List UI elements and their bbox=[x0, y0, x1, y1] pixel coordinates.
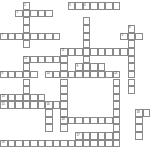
grid-cell[interactable] bbox=[105, 117, 113, 125]
grid-cell[interactable]: 15 bbox=[0, 101, 8, 109]
grid-cell[interactable]: 10 bbox=[45, 71, 53, 79]
grid-cell[interactable] bbox=[83, 117, 91, 125]
grid-cell[interactable] bbox=[98, 71, 106, 79]
grid-cell[interactable] bbox=[143, 109, 151, 117]
grid-cell[interactable] bbox=[83, 48, 91, 56]
grid-cell[interactable] bbox=[45, 33, 53, 41]
grid-cell[interactable] bbox=[23, 86, 31, 94]
grid-cell[interactable] bbox=[135, 33, 143, 41]
grid-cell[interactable] bbox=[30, 71, 38, 79]
grid-cell[interactable] bbox=[23, 71, 31, 79]
grid-cell[interactable] bbox=[83, 33, 91, 41]
grid-cell[interactable] bbox=[60, 140, 68, 148]
grid-cell[interactable] bbox=[15, 33, 23, 41]
grid-cell[interactable] bbox=[15, 140, 23, 148]
grid-cell[interactable] bbox=[38, 101, 46, 109]
grid-cell[interactable]: 5 bbox=[120, 33, 128, 41]
grid-cell[interactable] bbox=[45, 117, 53, 125]
grid-cell[interactable]: 9 bbox=[75, 63, 83, 71]
grid-cell[interactable] bbox=[98, 140, 106, 148]
grid-cell[interactable] bbox=[113, 48, 121, 56]
grid-cell[interactable]: 6 bbox=[128, 25, 136, 33]
grid-cell[interactable] bbox=[128, 48, 136, 56]
grid-cell[interactable] bbox=[128, 63, 136, 71]
grid-cell[interactable] bbox=[128, 86, 136, 94]
grid-cell[interactable] bbox=[113, 132, 121, 140]
grid-cell[interactable] bbox=[113, 117, 121, 125]
grid-cell[interactable] bbox=[75, 48, 83, 56]
grid-cell[interactable] bbox=[120, 48, 128, 56]
grid-cell[interactable] bbox=[83, 140, 91, 148]
grid-cell[interactable] bbox=[83, 40, 91, 48]
grid-cell[interactable]: 4 bbox=[83, 2, 91, 10]
grid-cell[interactable] bbox=[128, 71, 136, 79]
grid-cell[interactable] bbox=[68, 117, 76, 125]
grid-cell[interactable] bbox=[53, 56, 61, 64]
grid-cell[interactable] bbox=[60, 86, 68, 94]
clue-number: 17 bbox=[77, 134, 80, 137]
clue-number: 3 bbox=[69, 4, 70, 7]
grid-cell[interactable] bbox=[90, 2, 98, 10]
grid-cell[interactable] bbox=[83, 25, 91, 33]
clue-number: 18 bbox=[137, 111, 140, 114]
grid-cell[interactable] bbox=[90, 117, 98, 125]
grid-cell[interactable] bbox=[128, 40, 136, 48]
grid-cell[interactable] bbox=[105, 140, 113, 148]
grid-cell[interactable] bbox=[8, 140, 16, 148]
clue-number: 9 bbox=[77, 65, 78, 68]
grid-cell[interactable] bbox=[53, 140, 61, 148]
grid-cell[interactable] bbox=[23, 94, 31, 102]
clue-number: 20 bbox=[62, 118, 65, 121]
grid-cell[interactable] bbox=[30, 33, 38, 41]
grid-cell[interactable] bbox=[113, 101, 121, 109]
grid-cell[interactable]: 17 bbox=[75, 132, 83, 140]
crossword-puzzle-page: 2341675111298101413151618201719 bbox=[0, 0, 150, 150]
grid-cell[interactable] bbox=[83, 71, 91, 79]
grid-cell[interactable] bbox=[53, 71, 61, 79]
grid-cell[interactable] bbox=[98, 132, 106, 140]
grid-cell[interactable] bbox=[90, 63, 98, 71]
grid-cell[interactable] bbox=[128, 33, 136, 41]
grid-cell[interactable] bbox=[23, 101, 31, 109]
grid-cell[interactable]: 3 bbox=[68, 2, 76, 10]
grid-cell[interactable] bbox=[113, 94, 121, 102]
grid-cell[interactable] bbox=[8, 101, 16, 109]
grid-cell[interactable] bbox=[68, 48, 76, 56]
grid-cell[interactable]: 2 bbox=[23, 2, 31, 10]
grid-cell[interactable] bbox=[8, 33, 16, 41]
grid-cell[interactable]: 20 bbox=[60, 117, 68, 125]
grid-cell[interactable] bbox=[75, 140, 83, 148]
grid-cell[interactable] bbox=[90, 48, 98, 56]
grid-cell[interactable] bbox=[135, 124, 143, 132]
grid-cell[interactable] bbox=[135, 117, 143, 125]
clue-number: 10 bbox=[47, 72, 50, 75]
grid-cell[interactable] bbox=[128, 56, 136, 64]
grid-cell[interactable] bbox=[60, 109, 68, 117]
clue-number: 16 bbox=[47, 103, 50, 106]
grid-cell[interactable] bbox=[83, 17, 91, 25]
clue-number: 2 bbox=[24, 4, 25, 7]
clue-number: 11 bbox=[62, 49, 65, 52]
grid-cell[interactable] bbox=[113, 86, 121, 94]
grid-cell[interactable] bbox=[45, 124, 53, 132]
clue-number: 12 bbox=[24, 57, 27, 60]
grid-cell[interactable] bbox=[15, 101, 23, 109]
grid-cell[interactable] bbox=[8, 71, 16, 79]
clue-number: 8 bbox=[2, 72, 3, 75]
grid-cell[interactable]: 16 bbox=[45, 101, 53, 109]
grid-cell[interactable] bbox=[8, 94, 16, 102]
grid-cell[interactable] bbox=[135, 132, 143, 140]
grid-cell[interactable] bbox=[45, 56, 53, 64]
grid-cell[interactable] bbox=[38, 33, 46, 41]
grid-cell[interactable]: 13 bbox=[0, 94, 8, 102]
grid-cell[interactable] bbox=[98, 48, 106, 56]
grid-cell[interactable] bbox=[53, 33, 61, 41]
grid-cell[interactable] bbox=[23, 17, 31, 25]
grid-cell[interactable]: 14 bbox=[113, 71, 121, 79]
grid-cell[interactable] bbox=[75, 2, 83, 10]
grid-cell[interactable] bbox=[83, 63, 91, 71]
grid-cell[interactable] bbox=[113, 2, 121, 10]
grid-cell[interactable] bbox=[38, 94, 46, 102]
grid-cell[interactable] bbox=[30, 101, 38, 109]
grid-cell[interactable] bbox=[90, 132, 98, 140]
grid-cell[interactable] bbox=[60, 124, 68, 132]
grid-cell[interactable] bbox=[98, 117, 106, 125]
clue-number: 4 bbox=[84, 4, 85, 7]
clue-number: 14 bbox=[114, 72, 117, 75]
grid-cell[interactable] bbox=[23, 140, 31, 148]
grid-cell[interactable]: 12 bbox=[23, 56, 31, 64]
grid-cell[interactable] bbox=[113, 124, 121, 132]
grid-cell[interactable] bbox=[83, 56, 91, 64]
grid-cell[interactable] bbox=[30, 56, 38, 64]
grid-cell[interactable]: 11 bbox=[60, 48, 68, 56]
clue-number: 19 bbox=[2, 141, 5, 144]
grid-cell[interactable] bbox=[98, 63, 106, 71]
grid-cell[interactable] bbox=[23, 79, 31, 87]
grid-cell[interactable] bbox=[45, 140, 53, 148]
grid-cell[interactable] bbox=[38, 140, 46, 148]
grid-cell[interactable] bbox=[60, 63, 68, 71]
grid-cell[interactable] bbox=[60, 79, 68, 87]
grid-cell[interactable] bbox=[30, 94, 38, 102]
grid-cell[interactable]: 1 bbox=[15, 10, 23, 18]
grid-cell[interactable] bbox=[105, 132, 113, 140]
grid-cell[interactable] bbox=[30, 140, 38, 148]
grid-cell[interactable] bbox=[75, 117, 83, 125]
grid-cell[interactable]: 18 bbox=[135, 109, 143, 117]
grid-cell[interactable] bbox=[113, 109, 121, 117]
grid-cell[interactable] bbox=[113, 140, 121, 148]
grid-cell[interactable] bbox=[68, 140, 76, 148]
grid-cell[interactable] bbox=[128, 79, 136, 87]
clue-number: 7 bbox=[2, 34, 3, 37]
grid-cell[interactable] bbox=[23, 10, 31, 18]
grid-cell[interactable] bbox=[105, 71, 113, 79]
clue-number: 6 bbox=[129, 26, 130, 29]
grid-cell[interactable] bbox=[60, 56, 68, 64]
grid-cell[interactable] bbox=[53, 101, 61, 109]
grid-cell[interactable]: 7 bbox=[0, 33, 8, 41]
grid-cell[interactable] bbox=[38, 56, 46, 64]
grid-cell[interactable] bbox=[30, 10, 38, 18]
grid-cell[interactable] bbox=[15, 94, 23, 102]
grid-cell[interactable]: 8 bbox=[0, 71, 8, 79]
clue-number: 15 bbox=[2, 103, 5, 106]
grid-cell[interactable] bbox=[23, 33, 31, 41]
grid-cell[interactable] bbox=[113, 79, 121, 87]
grid-cell[interactable] bbox=[75, 71, 83, 79]
grid-cell[interactable] bbox=[45, 109, 53, 117]
grid-cell[interactable] bbox=[90, 71, 98, 79]
grid-cell[interactable] bbox=[90, 140, 98, 148]
grid-cell[interactable] bbox=[105, 48, 113, 56]
grid-cell[interactable] bbox=[45, 10, 53, 18]
grid-cell[interactable]: 19 bbox=[0, 140, 8, 148]
grid-cell[interactable] bbox=[23, 40, 31, 48]
grid-cell[interactable] bbox=[60, 71, 68, 79]
clue-number: 13 bbox=[2, 95, 5, 98]
grid-cell[interactable] bbox=[38, 10, 46, 18]
grid-cell[interactable] bbox=[98, 2, 106, 10]
grid-cell[interactable] bbox=[15, 71, 23, 79]
grid-cell[interactable] bbox=[105, 2, 113, 10]
grid-cell[interactable] bbox=[23, 63, 31, 71]
grid-cell[interactable] bbox=[83, 132, 91, 140]
grid-cell[interactable] bbox=[68, 71, 76, 79]
grid-cell[interactable] bbox=[60, 94, 68, 102]
grid-cell[interactable] bbox=[23, 25, 31, 33]
clue-number: 1 bbox=[17, 11, 18, 14]
clue-number: 5 bbox=[122, 34, 123, 37]
grid-cell[interactable] bbox=[60, 101, 68, 109]
